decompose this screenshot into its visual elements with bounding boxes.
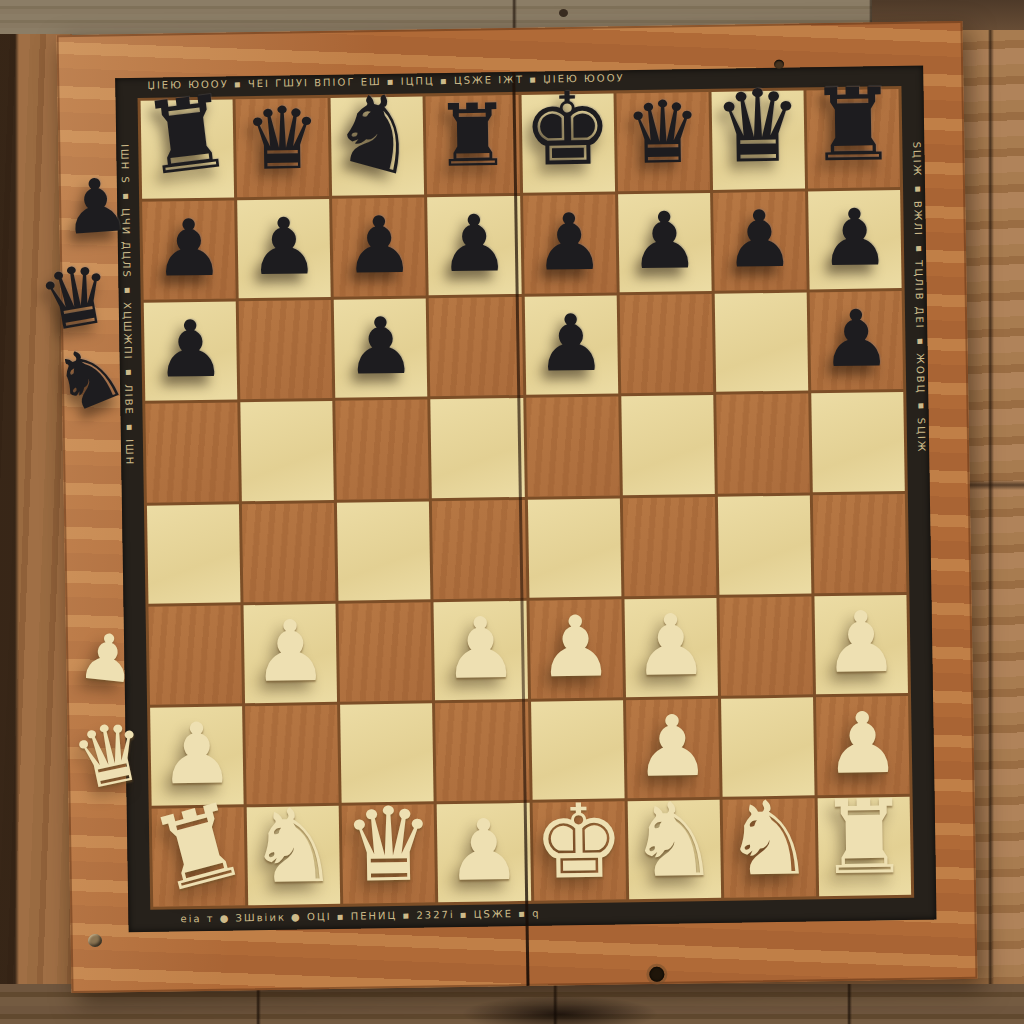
piece-white-pawn-h2[interactable]: ♟ bbox=[824, 701, 901, 786]
square-a3[interactable] bbox=[149, 605, 243, 705]
square-e5[interactable] bbox=[526, 397, 620, 497]
square-g1[interactable]: ♞ bbox=[722, 798, 816, 898]
square-d5[interactable] bbox=[431, 398, 525, 498]
square-f7[interactable]: ♟ bbox=[618, 193, 712, 293]
square-h1[interactable]: ♜ bbox=[817, 797, 911, 897]
square-b1[interactable]: ♞ bbox=[247, 806, 341, 906]
square-h3[interactable]: ♟ bbox=[814, 595, 908, 695]
square-b4[interactable] bbox=[242, 502, 336, 602]
piece-white-rook-a1[interactable]: ♜ bbox=[141, 787, 256, 909]
square-d7[interactable]: ♟ bbox=[428, 196, 522, 296]
square-b3[interactable]: ♟ bbox=[244, 603, 338, 703]
piece-black-king-e8[interactable]: ♚ bbox=[522, 80, 613, 181]
square-f1[interactable]: ♞ bbox=[627, 800, 721, 900]
square-d8[interactable]: ♜ bbox=[426, 95, 520, 195]
square-g8[interactable]: ♛ bbox=[711, 90, 805, 190]
square-g3[interactable] bbox=[719, 596, 813, 696]
square-e3[interactable]: ♟ bbox=[529, 599, 623, 699]
piece-white-pawn-e3[interactable]: ♟ bbox=[537, 604, 614, 689]
piece-white-knight-b1[interactable]: ♞ bbox=[247, 795, 340, 898]
square-d6[interactable] bbox=[429, 297, 523, 397]
square-a1[interactable]: ♜ bbox=[152, 807, 246, 907]
piece-white-queen-c1[interactable]: ♛ bbox=[342, 793, 435, 896]
nail-hole-table bbox=[559, 9, 568, 17]
square-h7[interactable]: ♟ bbox=[808, 190, 902, 290]
square-g7[interactable]: ♟ bbox=[713, 192, 807, 292]
square-a6[interactable]: ♟ bbox=[144, 302, 238, 402]
piece-black-pawn-c6[interactable]: ♟ bbox=[345, 307, 416, 386]
square-d3[interactable]: ♟ bbox=[434, 600, 528, 700]
piece-white-pawn-f3[interactable]: ♟ bbox=[633, 602, 710, 687]
piece-black-pawn-h7[interactable]: ♟ bbox=[819, 198, 890, 277]
piece-black-pawn-f7[interactable]: ♟ bbox=[629, 201, 700, 280]
piece-black-pawn-d7[interactable]: ♟ bbox=[439, 204, 510, 283]
piece-white-pawn-b3[interactable]: ♟ bbox=[252, 608, 329, 693]
piece-black-queen-b8[interactable]: ♛ bbox=[243, 95, 321, 182]
black-pawn-offboard[interactable]: ♟ bbox=[60, 167, 131, 245]
square-a5[interactable] bbox=[145, 403, 239, 503]
square-d2[interactable] bbox=[435, 702, 529, 802]
square-c6[interactable]: ♟ bbox=[334, 299, 428, 399]
square-f8[interactable]: ♛ bbox=[616, 92, 710, 192]
square-h8[interactable]: ♜ bbox=[806, 89, 900, 189]
piece-black-pawn-e6[interactable]: ♟ bbox=[535, 304, 606, 383]
white-queen-offboard[interactable]: ♛ bbox=[66, 708, 155, 803]
piece-black-queen-f8[interactable]: ♛ bbox=[624, 89, 702, 176]
piece-black-queen-g8[interactable]: ♛ bbox=[712, 77, 803, 178]
piece-black-rook-h8[interactable]: ♜ bbox=[807, 75, 898, 176]
piece-black-pawn-g7[interactable]: ♟ bbox=[724, 200, 795, 279]
square-c7[interactable]: ♟ bbox=[332, 198, 426, 298]
square-g4[interactable] bbox=[718, 495, 812, 595]
square-e8[interactable]: ♚ bbox=[521, 93, 615, 193]
square-a7[interactable]: ♟ bbox=[142, 201, 236, 301]
piece-black-pawn-a7[interactable]: ♟ bbox=[153, 209, 224, 288]
square-c5[interactable] bbox=[336, 400, 430, 500]
square-f3[interactable]: ♟ bbox=[624, 598, 718, 698]
square-b6[interactable] bbox=[239, 300, 333, 400]
piece-white-pawn-d3[interactable]: ♟ bbox=[442, 605, 519, 690]
piece-white-pawn-d1[interactable]: ♟ bbox=[446, 808, 523, 893]
square-c3[interactable] bbox=[339, 602, 433, 702]
square-c8[interactable]: ♞ bbox=[331, 96, 425, 196]
piece-white-pawn-h3[interactable]: ♟ bbox=[823, 599, 900, 684]
square-f6[interactable] bbox=[619, 294, 713, 394]
frame-hole-bottom bbox=[649, 967, 664, 982]
square-f5[interactable] bbox=[621, 395, 715, 495]
square-a4[interactable] bbox=[147, 504, 241, 604]
square-e6[interactable]: ♟ bbox=[524, 296, 618, 396]
piece-black-pawn-a6[interactable]: ♟ bbox=[155, 310, 226, 389]
piece-white-knight-g1[interactable]: ♞ bbox=[723, 787, 816, 890]
white-pawn-offboard[interactable]: ♟ bbox=[75, 623, 139, 693]
square-b5[interactable] bbox=[240, 401, 334, 501]
square-e7[interactable]: ♟ bbox=[523, 195, 617, 295]
square-a8[interactable]: ♜ bbox=[141, 99, 235, 199]
square-b7[interactable]: ♟ bbox=[237, 199, 331, 299]
chessboard-photo-scene: ЏІЕЮ ЮООУ ▪ ЧЕІ ГШУІ ВПІОГ ЕШ ▪ ІЦПЦ ▪ Ц… bbox=[0, 0, 1024, 1024]
square-h4[interactable] bbox=[813, 493, 907, 593]
piece-white-pawn-f2[interactable]: ♟ bbox=[634, 704, 711, 789]
piece-black-rook-a8[interactable]: ♜ bbox=[137, 81, 238, 191]
square-g5[interactable] bbox=[716, 394, 810, 494]
square-c1[interactable]: ♛ bbox=[342, 804, 436, 904]
square-d1[interactable]: ♟ bbox=[437, 803, 531, 903]
square-b8[interactable]: ♛ bbox=[236, 98, 330, 198]
piece-black-pawn-h6[interactable]: ♟ bbox=[821, 299, 892, 378]
piece-black-rook-d8[interactable]: ♜ bbox=[433, 92, 511, 179]
piece-black-pawn-e7[interactable]: ♟ bbox=[534, 203, 605, 282]
square-h5[interactable] bbox=[811, 392, 905, 492]
screw-head bbox=[88, 934, 102, 947]
piece-black-pawn-c7[interactable]: ♟ bbox=[344, 206, 415, 285]
square-e1[interactable]: ♚ bbox=[532, 801, 626, 901]
piece-white-king-e1[interactable]: ♚ bbox=[532, 790, 625, 893]
square-h6[interactable]: ♟ bbox=[810, 291, 904, 391]
square-e4[interactable] bbox=[527, 498, 621, 598]
piece-white-rook-h1[interactable]: ♜ bbox=[818, 786, 911, 889]
chess-board: ЏІЕЮ ЮООУ ▪ ЧЕІ ГШУІ ВПІОГ ЕШ ▪ ІЦПЦ ▪ Ц… bbox=[57, 21, 978, 993]
piece-black-pawn-b7[interactable]: ♟ bbox=[248, 207, 319, 286]
square-c4[interactable] bbox=[337, 501, 431, 601]
piece-white-knight-f1[interactable]: ♞ bbox=[627, 789, 720, 892]
square-g6[interactable] bbox=[714, 293, 808, 393]
square-d4[interactable] bbox=[432, 499, 526, 599]
square-f4[interactable] bbox=[622, 496, 716, 596]
